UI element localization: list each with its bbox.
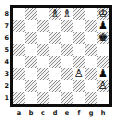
square-h5[interactable] <box>97 44 109 56</box>
square-a2[interactable] <box>13 80 25 92</box>
square-c3[interactable] <box>37 68 49 80</box>
square-g7[interactable] <box>85 20 97 32</box>
square-e1[interactable] <box>61 92 73 104</box>
square-b2[interactable] <box>25 80 37 92</box>
white-bishop: ♗ <box>61 8 73 20</box>
square-g6[interactable] <box>85 32 97 44</box>
square-a8[interactable] <box>13 8 25 20</box>
square-f8[interactable] <box>73 8 85 20</box>
square-h1[interactable] <box>97 92 109 104</box>
rank-label-5: 5 <box>1 44 9 56</box>
rank-labels: 87654321 <box>1 8 9 104</box>
square-g3[interactable] <box>85 68 97 80</box>
file-label-a: a <box>13 109 25 117</box>
rank-label-2: 2 <box>1 80 9 92</box>
square-e4[interactable] <box>61 56 73 68</box>
square-e5[interactable] <box>61 44 73 56</box>
square-f3[interactable]: ♙ <box>73 68 85 80</box>
rank-label-6: 6 <box>1 32 9 44</box>
square-a3[interactable] <box>13 68 25 80</box>
square-c8[interactable] <box>37 8 49 20</box>
square-g4[interactable] <box>85 56 97 68</box>
square-a1[interactable] <box>13 92 25 104</box>
square-e3[interactable] <box>61 68 73 80</box>
square-h6[interactable]: ♚ <box>97 32 109 44</box>
file-label-h: h <box>97 109 109 117</box>
file-label-c: c <box>37 109 49 117</box>
white-pawn: ♙ <box>73 68 85 80</box>
file-label-f: f <box>73 109 85 117</box>
square-c1[interactable] <box>37 92 49 104</box>
square-g5[interactable] <box>85 44 97 56</box>
square-d6[interactable] <box>49 32 61 44</box>
square-a4[interactable] <box>13 56 25 68</box>
square-f5[interactable] <box>73 44 85 56</box>
square-f2[interactable] <box>73 80 85 92</box>
rank-label-7: 7 <box>1 20 9 32</box>
square-g8[interactable] <box>85 8 97 20</box>
white-bishop: ♗ <box>49 8 61 20</box>
square-g2[interactable] <box>85 80 97 92</box>
square-b1[interactable] <box>25 92 37 104</box>
square-g1[interactable] <box>85 92 97 104</box>
square-f1[interactable] <box>73 92 85 104</box>
square-d2[interactable] <box>49 80 61 92</box>
square-e6[interactable] <box>61 32 73 44</box>
file-label-b: b <box>25 109 37 117</box>
file-label-d: d <box>49 109 61 117</box>
square-c6[interactable] <box>37 32 49 44</box>
square-d3[interactable] <box>49 68 61 80</box>
square-b3[interactable] <box>25 68 37 80</box>
square-e7[interactable] <box>61 20 73 32</box>
square-c4[interactable] <box>37 56 49 68</box>
square-c2[interactable] <box>37 80 49 92</box>
square-h2[interactable]: ♙ <box>97 80 109 92</box>
square-a7[interactable] <box>13 20 25 32</box>
square-a6[interactable] <box>13 32 25 44</box>
square-d1[interactable] <box>49 92 61 104</box>
square-d8[interactable]: ♗ <box>49 8 61 20</box>
square-b6[interactable] <box>25 32 37 44</box>
square-e8[interactable]: ♗ <box>61 8 73 20</box>
rank-label-4: 4 <box>1 56 9 68</box>
chess-board: ♗♗♔♟♚♙♟♙ <box>10 5 112 107</box>
square-c7[interactable] <box>37 20 49 32</box>
square-c5[interactable] <box>37 44 49 56</box>
square-f7[interactable] <box>73 20 85 32</box>
square-b8[interactable] <box>25 8 37 20</box>
file-label-e: e <box>61 109 73 117</box>
square-d7[interactable] <box>49 20 61 32</box>
square-e2[interactable] <box>61 80 73 92</box>
rank-label-8: 8 <box>1 8 9 20</box>
square-b5[interactable] <box>25 44 37 56</box>
rank-label-1: 1 <box>1 92 9 104</box>
black-king: ♚ <box>97 32 109 44</box>
square-d5[interactable] <box>49 44 61 56</box>
square-f6[interactable] <box>73 32 85 44</box>
square-b4[interactable] <box>25 56 37 68</box>
square-d4[interactable] <box>49 56 61 68</box>
rank-label-3: 3 <box>1 68 9 80</box>
file-label-g: g <box>85 109 97 117</box>
file-labels: abcdefgh <box>13 109 109 117</box>
white-pawn: ♙ <box>97 80 109 92</box>
square-b7[interactable] <box>25 20 37 32</box>
square-a5[interactable] <box>13 44 25 56</box>
